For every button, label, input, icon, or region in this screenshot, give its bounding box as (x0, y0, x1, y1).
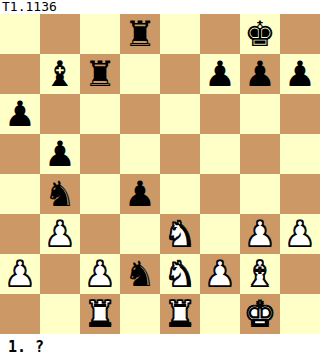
square-g3[interactable]: ♟ (240, 214, 280, 254)
square-c1[interactable]: ♜ (80, 294, 120, 334)
square-a7[interactable] (0, 54, 40, 94)
chess-puzzle-window: T1.1136 ♜♚♝♜♟♟♟♟♟♞♟♟♞♟♟♟♟♞♞♟♝♜♜♚ 1. ? (0, 0, 320, 360)
square-g6[interactable] (240, 94, 280, 134)
square-b7[interactable]: ♝ (40, 54, 80, 94)
piece-white-rook: ♜ (84, 294, 115, 334)
piece-black-pawn: ♟ (244, 54, 275, 94)
piece-black-pawn: ♟ (204, 54, 235, 94)
piece-white-rook: ♜ (164, 294, 195, 334)
square-d7[interactable] (120, 54, 160, 94)
square-h1[interactable] (280, 294, 320, 334)
square-a6[interactable]: ♟ (0, 94, 40, 134)
piece-black-knight: ♞ (44, 174, 75, 214)
piece-white-king: ♚ (244, 294, 275, 334)
square-e4[interactable] (160, 174, 200, 214)
piece-white-knight: ♞ (164, 214, 195, 254)
square-g2[interactable]: ♝ (240, 254, 280, 294)
square-f8[interactable] (200, 14, 240, 54)
square-a2[interactable]: ♟ (0, 254, 40, 294)
square-e2[interactable]: ♞ (160, 254, 200, 294)
square-a1[interactable] (0, 294, 40, 334)
move-prompt-label: 1. ? (0, 334, 320, 360)
square-e5[interactable] (160, 134, 200, 174)
square-d2[interactable]: ♞ (120, 254, 160, 294)
piece-white-knight: ♞ (164, 254, 195, 294)
square-f1[interactable] (200, 294, 240, 334)
piece-black-knight: ♞ (124, 254, 155, 294)
square-c4[interactable] (80, 174, 120, 214)
piece-black-bishop: ♝ (44, 54, 75, 94)
puzzle-id-label: T1.1136 (0, 0, 320, 14)
square-f4[interactable] (200, 174, 240, 214)
square-d4[interactable]: ♟ (120, 174, 160, 214)
square-a4[interactable] (0, 174, 40, 214)
square-h2[interactable] (280, 254, 320, 294)
square-g1[interactable]: ♚ (240, 294, 280, 334)
square-a3[interactable] (0, 214, 40, 254)
square-g4[interactable] (240, 174, 280, 214)
piece-black-pawn: ♟ (284, 54, 315, 94)
square-a8[interactable] (0, 14, 40, 54)
square-e6[interactable] (160, 94, 200, 134)
piece-white-pawn: ♟ (4, 254, 35, 294)
piece-black-pawn: ♟ (4, 94, 35, 134)
piece-white-pawn: ♟ (284, 214, 315, 254)
piece-white-pawn: ♟ (44, 214, 75, 254)
square-c7[interactable]: ♜ (80, 54, 120, 94)
piece-black-pawn: ♟ (124, 174, 155, 214)
square-f2[interactable]: ♟ (200, 254, 240, 294)
square-h7[interactable]: ♟ (280, 54, 320, 94)
square-f3[interactable] (200, 214, 240, 254)
piece-black-pawn: ♟ (44, 134, 75, 174)
square-c3[interactable] (80, 214, 120, 254)
square-g8[interactable]: ♚ (240, 14, 280, 54)
piece-white-pawn: ♟ (84, 254, 115, 294)
piece-black-rook: ♜ (124, 14, 155, 54)
square-g5[interactable] (240, 134, 280, 174)
square-h8[interactable] (280, 14, 320, 54)
square-c5[interactable] (80, 134, 120, 174)
square-c2[interactable]: ♟ (80, 254, 120, 294)
square-d3[interactable] (120, 214, 160, 254)
square-b4[interactable]: ♞ (40, 174, 80, 214)
square-d5[interactable] (120, 134, 160, 174)
square-b1[interactable] (40, 294, 80, 334)
chess-board: ♜♚♝♜♟♟♟♟♟♞♟♟♞♟♟♟♟♞♞♟♝♜♜♚ (0, 14, 320, 334)
square-a5[interactable] (0, 134, 40, 174)
square-e8[interactable] (160, 14, 200, 54)
square-f7[interactable]: ♟ (200, 54, 240, 94)
square-c8[interactable] (80, 14, 120, 54)
piece-black-king: ♚ (244, 14, 275, 54)
square-f5[interactable] (200, 134, 240, 174)
square-e1[interactable]: ♜ (160, 294, 200, 334)
square-d8[interactable]: ♜ (120, 14, 160, 54)
square-b5[interactable]: ♟ (40, 134, 80, 174)
square-b8[interactable] (40, 14, 80, 54)
square-d6[interactable] (120, 94, 160, 134)
square-h5[interactable] (280, 134, 320, 174)
square-b6[interactable] (40, 94, 80, 134)
piece-white-pawn: ♟ (244, 214, 275, 254)
square-h6[interactable] (280, 94, 320, 134)
square-h4[interactable] (280, 174, 320, 214)
square-c6[interactable] (80, 94, 120, 134)
square-e3[interactable]: ♞ (160, 214, 200, 254)
piece-white-bishop: ♝ (244, 254, 275, 294)
piece-black-rook: ♜ (84, 54, 115, 94)
piece-white-pawn: ♟ (204, 254, 235, 294)
square-h3[interactable]: ♟ (280, 214, 320, 254)
square-e7[interactable] (160, 54, 200, 94)
square-g7[interactable]: ♟ (240, 54, 280, 94)
square-b2[interactable] (40, 254, 80, 294)
square-f6[interactable] (200, 94, 240, 134)
square-d1[interactable] (120, 294, 160, 334)
square-b3[interactable]: ♟ (40, 214, 80, 254)
